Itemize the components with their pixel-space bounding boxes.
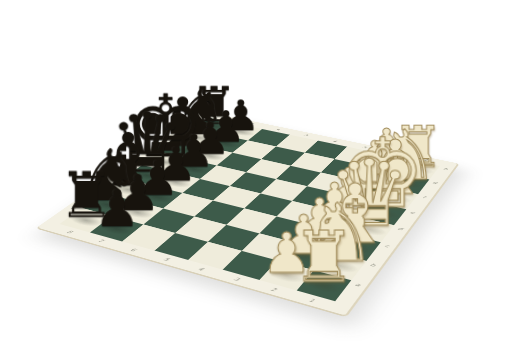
pawn-glyph: ♟ (94, 182, 140, 233)
chess-board: 87654321 87654321 hgfedcba hgfedcba ♜♟♟♜… (35, 111, 459, 317)
rook-glyph: ♜ (292, 221, 356, 292)
board-grid: ♜♟♟♜♞♟♟♞♝♟♟♝♚♟♟♚♛♟♟♛♝♟♟♝♞♟♟♞♜♟♟♜ (60, 117, 440, 300)
product-photo: 87654321 87654321 hgfedcba hgfedcba ♜♟♟♜… (0, 0, 512, 341)
